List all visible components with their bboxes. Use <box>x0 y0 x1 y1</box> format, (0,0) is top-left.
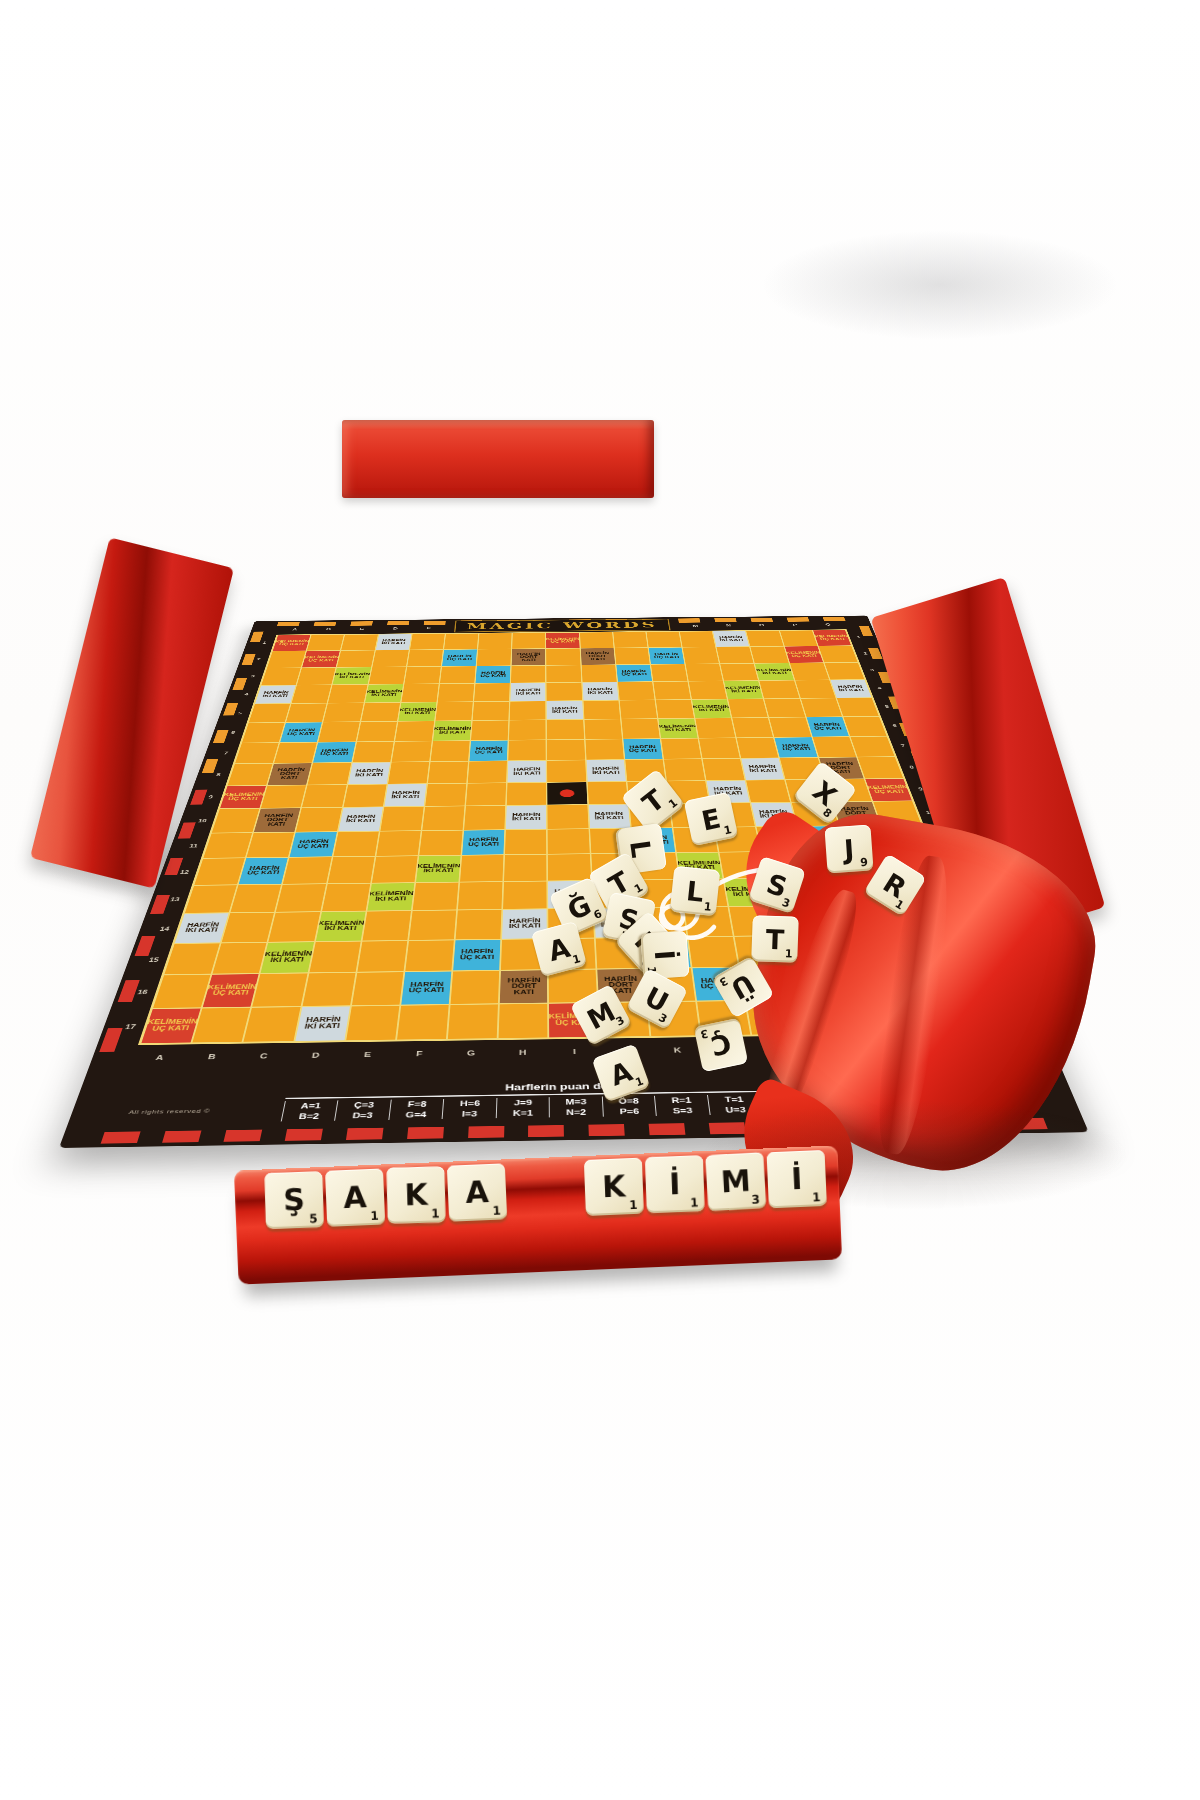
border-dash <box>162 1131 201 1143</box>
tile-value: 3 <box>751 1192 760 1206</box>
board-cell-D13 <box>322 883 370 911</box>
board-cell-C7: HARFİNÜÇ KATI <box>313 742 355 763</box>
board-cell-E14 <box>362 911 411 940</box>
board-cell-B10: HARFİNDÖRT KATI <box>254 808 300 832</box>
premium-label: ÜÇ KATI <box>874 790 904 794</box>
tile-value: 1 <box>492 1203 501 1217</box>
tile-letter: J <box>843 835 855 863</box>
board-cell-M8 <box>703 759 745 780</box>
letter-value: P=6 <box>603 1106 656 1117</box>
board-cell-G13 <box>458 882 503 910</box>
board-cell-L4 <box>653 682 690 700</box>
board-cell-A9: KELİMENİNÜÇ KATI <box>220 786 266 809</box>
legend-column: H=6I=3 <box>443 1098 497 1119</box>
premium-label: İKİ KATI <box>552 710 578 714</box>
premium-label: DÖRT KATI <box>581 655 615 661</box>
coord-label: A <box>277 628 312 633</box>
board-cell-I11 <box>548 829 590 854</box>
board-cell-K4 <box>618 682 655 700</box>
premium-label: ÜÇ KATI <box>954 1014 992 1021</box>
coord-label: D <box>378 627 412 632</box>
board-cell-M2 <box>683 647 719 663</box>
board-cell-B5 <box>286 703 327 722</box>
board-cell-I6 <box>547 720 584 740</box>
board-cell-D6 <box>357 722 397 742</box>
board-cell-H4: HARFİNİKİ KATI <box>511 683 546 701</box>
board-cell-C3: KELİMENİNİKİ KATI <box>333 667 371 684</box>
premium-label: ÜÇ KATI <box>654 656 679 659</box>
premium-label: DÖRT KATI <box>256 818 299 827</box>
premium-label: İKİ KATI <box>375 896 407 901</box>
board-cell-B15 <box>213 943 267 974</box>
coord-label: N <box>712 624 746 629</box>
board-cell-E15 <box>357 941 407 972</box>
coord-label: H <box>497 1048 549 1061</box>
letter-tile-T: T1 <box>751 915 799 963</box>
tile-letter: A <box>465 1177 490 1208</box>
tile-letter: R <box>879 868 911 902</box>
tile-letter: T <box>637 785 668 818</box>
board-cell-Q15 <box>920 934 976 965</box>
board-cell-H6 <box>509 720 546 740</box>
board-cell-J5 <box>583 700 620 719</box>
board-cell-D12 <box>327 857 374 883</box>
border-dash <box>750 618 773 622</box>
board-cell-B9 <box>261 785 306 808</box>
board-cell-D9 <box>343 784 386 807</box>
border-dash <box>285 1129 323 1141</box>
premium-label: ÜÇ KATI <box>480 674 506 677</box>
board-cell-B14 <box>222 913 274 942</box>
tile-letter: K <box>602 1171 626 1202</box>
premium-label: ÜÇ KATI <box>151 1025 190 1032</box>
board-cell-C16 <box>253 973 307 1006</box>
board-cell-B13 <box>231 885 282 913</box>
board-cell-O16 <box>835 966 891 998</box>
premium-label: ÜÇ KATI <box>782 747 811 751</box>
letter-tile-A: A1 <box>325 1169 385 1227</box>
board-cell-D7 <box>352 742 393 763</box>
board-cell-J1 <box>580 632 614 648</box>
board-cell-H11 <box>505 829 546 854</box>
board-cell-I10 <box>548 805 588 829</box>
board-cell-L2: HARFİNÜÇ KATI <box>649 648 685 664</box>
border-dash <box>407 1127 444 1139</box>
coord-label: P <box>907 1042 962 1055</box>
premium-label: ÜÇ KATI <box>629 749 657 753</box>
tile-value: 3 <box>699 1027 709 1041</box>
premium-label: ÜÇ KATI <box>247 871 280 876</box>
board-cell-H13 <box>503 881 547 909</box>
tile-letter: A <box>343 1182 367 1213</box>
board-cell-N4: KELİMENİNİKİ KATI <box>724 681 763 699</box>
board-cell-F3 <box>440 666 476 683</box>
letter-tile-M: M3 <box>705 1152 766 1211</box>
coord-label: E <box>340 1050 394 1064</box>
board-cell-L3 <box>651 664 687 681</box>
board-cell-A7 <box>235 743 279 764</box>
premium-label: ÜÇ KATI <box>279 643 304 646</box>
tile-letter: M <box>720 1166 752 1198</box>
tile-value: 1 <box>666 796 680 811</box>
legend-column: R=1S=3 <box>655 1095 710 1116</box>
board-cell-H7 <box>508 740 545 760</box>
coord-label: Q <box>958 1042 1014 1055</box>
tile-letter: A <box>607 1057 636 1090</box>
board-cell-A15 <box>164 943 219 974</box>
letter-value: N=2 <box>550 1107 603 1118</box>
board-cell-E8 <box>388 762 429 784</box>
board-cell-N5 <box>728 699 768 718</box>
letter-value: G=4 <box>389 1109 442 1120</box>
board-cell-C17 <box>244 1007 300 1042</box>
premium-label: İKİ KATI <box>404 711 430 715</box>
board-cell-F11 <box>419 830 462 855</box>
tile-value: 1 <box>812 1190 821 1204</box>
tile-value: 1 <box>431 1207 440 1221</box>
coord-label: N <box>805 1044 859 1057</box>
board-cell-O6 <box>770 718 811 737</box>
board-cell-G11: HARFİNÜÇ KATI <box>462 830 504 855</box>
premium-label: ÜÇ KATI <box>621 673 647 676</box>
legend-column: F=8G=4 <box>389 1099 444 1120</box>
premium-label: ÜÇ KATI <box>447 658 472 661</box>
board-cell-G10 <box>464 806 505 830</box>
board-cell-P2: KELİMENİNÜÇ KATI <box>785 646 823 662</box>
premium-label: İKİ KATI <box>324 926 357 932</box>
premium-label: İKİ KATI <box>731 690 757 694</box>
board-cell-O5 <box>765 699 805 718</box>
premium-label: ÜÇ KATI <box>820 638 845 641</box>
board-cell-Q14: HARFİNİKİ KATI <box>909 904 963 933</box>
tile-value: 3 <box>614 1014 627 1029</box>
board-cell-E12 <box>372 856 418 882</box>
premium-label: İKİ KATI <box>381 642 405 645</box>
board-cell-F15 <box>405 940 454 971</box>
border-dash <box>468 1126 504 1138</box>
board-cell-Q17: KELİMENİNÜÇ KATI <box>942 997 1002 1031</box>
tile-value: 6 <box>592 907 604 922</box>
premium-label: İKİ KATI <box>749 769 777 773</box>
board-cell-F1 <box>444 634 478 650</box>
board-cell-Q10 <box>873 801 921 824</box>
premium-label: İKİ KATI <box>439 731 465 735</box>
letter-values-legend: Harflerin puan değerleri A=1B=2Ç=3D=3F=8… <box>281 1077 870 1121</box>
letter-value: D=3 <box>336 1110 390 1121</box>
premium-label: İKİ KATI <box>304 1023 340 1030</box>
tile-value: 1 <box>703 900 712 914</box>
board-cell-Q5 <box>837 698 879 717</box>
board-cell-D14: KELİMENİNİKİ KATI <box>316 912 366 941</box>
board-cell-B6: HARFİNÜÇ KATI <box>280 723 322 743</box>
board-cell-Q9: KELİMENİNÜÇ KATI <box>865 779 912 801</box>
tile-letter: U <box>641 982 673 1016</box>
border-dash <box>528 1125 564 1137</box>
board-cell-N9 <box>746 780 790 802</box>
legend-column: Y=3Z=4 <box>812 1093 869 1114</box>
border-dash <box>769 1121 807 1133</box>
premium-label: İKİ KATI <box>760 814 790 819</box>
board-cell-D16 <box>302 973 355 1006</box>
board-cell-Q7 <box>850 736 894 756</box>
premium-label: ÜÇ KATI <box>297 844 329 849</box>
premium-label: DÖRT KATI <box>500 983 547 996</box>
column-labels-bottom: ABCDEFGHIJKLMNOPQ <box>131 1042 1015 1067</box>
coord-label: O <box>856 1043 911 1056</box>
border-dash <box>649 1123 686 1135</box>
product-photo-scene: MAGIC WORDS ABCDEFGHIJKLMNOPQ ABCDEFGHIJ… <box>0 0 1200 1800</box>
board-cell-G1 <box>478 633 511 649</box>
board-cell-F17 <box>397 1005 449 1040</box>
coord-label: F <box>392 1050 445 1064</box>
board-cell-O13 <box>812 878 862 905</box>
board-cell-D2 <box>372 650 408 666</box>
board-cell-F12: KELİMENİNİKİ KATI <box>416 856 461 882</box>
board-cell-M3 <box>686 664 723 681</box>
board-cell-H1 <box>512 633 545 649</box>
tile-letter: İ <box>669 1169 681 1199</box>
board-cell-N8: HARFİNİKİ KATI <box>742 758 785 779</box>
board-cell-H17 <box>499 1003 548 1038</box>
tile-value: 1 <box>723 823 733 837</box>
premium-label: ÜÇ KATI <box>460 955 495 961</box>
coord-label: I <box>549 1047 601 1060</box>
board-cell-D3 <box>369 667 406 684</box>
board-cell-P4 <box>795 680 835 698</box>
premium-label: ÜÇ KATI <box>894 981 931 987</box>
tile-value: 9 <box>860 856 869 870</box>
board-cell-F2: HARFİNÜÇ KATI <box>442 650 477 666</box>
board-cell-C8 <box>308 763 351 785</box>
premium-label: İKİ KATI <box>184 928 218 934</box>
board-cell-G8 <box>468 761 507 782</box>
tile-value: 1 <box>571 952 582 967</box>
board-cell-G15: HARFİNÜÇ KATI <box>453 940 500 971</box>
board-cell-N16 <box>788 966 842 998</box>
board-cell-E6 <box>395 721 434 741</box>
premium-label: ÜÇ KATI <box>308 659 334 662</box>
board-cell-Q11 <box>882 825 931 850</box>
board-cell-A14: HARFİNİKİ KATI <box>175 913 229 942</box>
letter-tile-J: J9 <box>824 824 873 873</box>
board-cell-L5 <box>656 700 694 719</box>
board-cell-L15 <box>688 937 738 968</box>
coord-label: B <box>183 1052 239 1066</box>
board-cell-J6 <box>584 719 622 739</box>
board-cell-B12: HARFİNÜÇ KATI <box>239 858 288 884</box>
board-cell-C1 <box>341 634 377 650</box>
premium-label: İKİ KATI <box>516 692 541 696</box>
board-cell-E1 <box>410 634 445 650</box>
board-cell-A2 <box>267 651 306 668</box>
border-dash <box>346 1128 383 1140</box>
board-cell-O1 <box>747 631 784 647</box>
board-cell-D15 <box>309 941 360 972</box>
board-cell-G3: HARFİNÜÇ KATI <box>476 666 511 683</box>
board-cell-C12 <box>283 857 331 883</box>
coord-label: C <box>344 627 379 632</box>
border-dash <box>223 1130 262 1142</box>
board-cell-E2 <box>407 650 443 666</box>
board-cell-K7: HARFİNÜÇ KATI <box>623 739 662 759</box>
board-cell-E9: HARFİNİKİ KATI <box>384 784 426 807</box>
tile-value: 5 <box>309 1212 318 1226</box>
board-cell-A4: HARFİNİKİ KATI <box>255 686 295 704</box>
board-cell-I5: HARFİNİKİ KATI <box>547 701 583 720</box>
premium-label: ÜÇ KATI <box>408 987 444 993</box>
coord-label: D <box>288 1051 342 1065</box>
board-cell-O15: KELİMENİNİKİ KATI <box>827 935 881 966</box>
board-cell-H8: HARFİNİKİ KATI <box>508 761 546 782</box>
letter-tile-İ: İ1 <box>645 1155 705 1213</box>
tile-letter: K <box>404 1180 428 1211</box>
premium-label: ÜÇ KATI <box>287 732 315 736</box>
board-cell-H10: HARFİNİKİ KATI <box>506 805 546 829</box>
board-cell-K6 <box>621 719 659 738</box>
board-cell-O4 <box>760 681 799 699</box>
premium-label: ÜÇ KATI <box>814 727 842 731</box>
board-cell-Q3 <box>824 663 864 680</box>
board-cell-C13 <box>276 884 326 912</box>
border-dash <box>709 1122 746 1134</box>
board-cell-A8 <box>228 764 273 786</box>
border-dash <box>948 1119 987 1131</box>
board-cell-B2: KELİMENİNÜÇ KATI <box>302 651 340 668</box>
tile-letter: L <box>626 839 655 860</box>
board-cell-C11: HARFİNÜÇ KATI <box>290 832 337 857</box>
board-cell-H12 <box>504 855 546 881</box>
tile-value: 1 <box>690 1195 699 1209</box>
board-cell-G16 <box>451 971 500 1004</box>
letter-value: Z=4 <box>815 1103 869 1114</box>
board-cell-N17: HARFİNİKİ KATI <box>795 999 851 1033</box>
board-cell-G2 <box>477 649 511 665</box>
board-cell-C6 <box>319 722 360 742</box>
copyright-text: All rights reserved © <box>128 1108 211 1116</box>
premium-label: İKİ KATI <box>509 924 541 930</box>
board-cell-D17: HARFİNİKİ KATI <box>295 1006 350 1041</box>
board-cell-K2 <box>615 648 650 664</box>
premium-label: ÜÇ KATI <box>551 640 575 643</box>
board-cell-B11 <box>247 832 295 857</box>
border-dash <box>423 621 445 625</box>
board-cell-C9 <box>302 785 346 808</box>
letter-tile-İ: İ1 <box>766 1150 826 1209</box>
legend-column: A=1B=2 <box>281 1101 339 1122</box>
board-cell-I12 <box>548 854 591 880</box>
border-dashes-bottom <box>101 1118 1048 1144</box>
board-cell-F14 <box>409 911 456 940</box>
board-cell-M6 <box>696 718 736 737</box>
tile-rack-top <box>342 420 654 498</box>
board-cell-P6: HARFİNÜÇ KATI <box>807 717 849 736</box>
board-cell-I2 <box>546 649 580 665</box>
premium-label: DÖRT KATI <box>512 655 545 661</box>
board-cell-F6: KELİMENİNİKİ KATI <box>433 721 471 741</box>
board-cell-F9 <box>425 784 466 807</box>
premium-label: İKİ KATI <box>719 639 743 642</box>
border-dash <box>277 622 300 626</box>
premium-label: İKİ KATI <box>592 770 620 774</box>
border-dash <box>678 618 700 622</box>
tile-letter: L <box>685 877 705 906</box>
premium-label: İKİ KATI <box>345 819 375 824</box>
premium-label: İKİ KATI <box>262 694 288 698</box>
board-cell-Q6 <box>843 717 886 736</box>
premium-label: ÜÇ KATI <box>791 654 817 657</box>
board-cell-G14 <box>456 910 502 939</box>
board-cell-C4 <box>328 685 367 703</box>
board-cell-G7: HARFİNÜÇ KATI <box>470 740 508 760</box>
border-dash <box>823 617 846 621</box>
center-star-dot <box>560 789 575 797</box>
premium-label: İKİ KATI <box>371 693 397 697</box>
board-cell-D4: KELİMENİNİKİ KATI <box>365 684 403 702</box>
board-cell-P5 <box>801 698 842 717</box>
board-cell-D11 <box>333 831 379 856</box>
board-cell-D5 <box>361 703 400 722</box>
board-cell-G12 <box>460 855 503 881</box>
board-cell-M4 <box>689 681 727 699</box>
border-dash <box>1008 1118 1048 1130</box>
tile-letter: M <box>583 997 619 1033</box>
legend-column: M=3N=2 <box>550 1097 604 1118</box>
border-dash <box>829 1120 867 1132</box>
tile-letter: E <box>699 804 723 834</box>
board-cell-P7 <box>813 737 856 757</box>
board-cell-I8 <box>547 760 586 781</box>
premium-label: İKİ KATI <box>762 672 787 675</box>
premium-label: DÖRT KATI <box>269 772 309 780</box>
board-cell-H9 <box>507 783 546 806</box>
board-cell-A3 <box>261 668 300 685</box>
premium-label: İKİ KATI <box>391 795 420 799</box>
board-cell-N7 <box>737 738 779 758</box>
tile-letter: Ğ <box>563 890 594 924</box>
board-cell-C5 <box>324 703 364 722</box>
tile-letter: X <box>808 776 841 810</box>
letter-value: K=1 <box>497 1107 550 1118</box>
front-rack-tiles: Ş5A1K1A1K1İ1M3İ1 <box>264 1169 269 1283</box>
premium-label: ÜÇ KATI <box>475 750 503 754</box>
tile-letter: Ş <box>283 1185 305 1216</box>
board-cell-F5 <box>435 702 472 721</box>
legend-column: Ç=3D=3 <box>336 1100 392 1121</box>
board-cell-G5 <box>473 702 510 721</box>
letter-tile-L: L1 <box>670 866 721 917</box>
premium-label: İKİ KATI <box>588 691 613 695</box>
board-cell-E10 <box>380 807 423 831</box>
tile-value: 1 <box>785 947 793 960</box>
board-cell-J10: HARFİNİKİ KATI <box>589 805 630 829</box>
tile-value: 1 <box>629 1198 638 1212</box>
letter-tile-E: E1 <box>684 792 739 847</box>
board-cell-H5 <box>510 701 546 720</box>
board-cell-E7 <box>392 741 432 762</box>
board-cell-J9 <box>587 782 627 804</box>
board-cell-A17: KELİMENİNÜÇ KATI <box>141 1008 200 1043</box>
board-cell-Q1: KELİMENİNÜÇ KATI <box>813 630 851 646</box>
border-dash <box>787 617 810 621</box>
premium-label: İKİ KATI <box>920 918 953 924</box>
tile-letter: İ <box>651 949 679 961</box>
letter-value: X=8 <box>762 1103 816 1114</box>
premium-label: İKİ KATI <box>512 817 541 822</box>
board-cell-N3 <box>720 664 758 681</box>
board-cell-Q8 <box>858 757 903 778</box>
letter-value: I=3 <box>443 1108 496 1119</box>
premium-label: İKİ KATI <box>355 773 383 777</box>
